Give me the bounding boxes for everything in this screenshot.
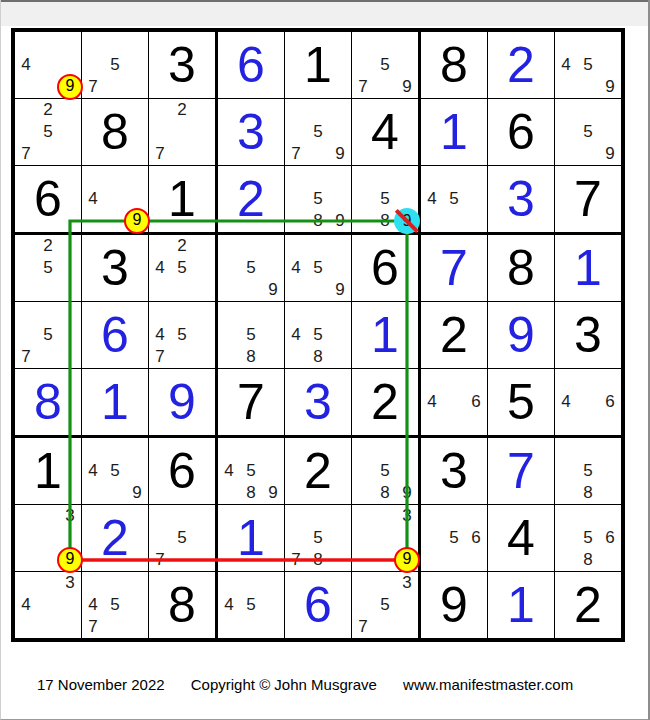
cell-value: 2	[82, 505, 148, 571]
cell-value: 8	[15, 369, 81, 435]
cell-r4c1[interactable]: 25	[15, 235, 81, 301]
cell-value: 6	[352, 235, 418, 301]
candidate-5: 5	[443, 188, 465, 210]
cell-r1c4[interactable]: 6	[218, 32, 284, 98]
cell-value: 1	[82, 369, 148, 435]
candidate-7: 7	[352, 76, 374, 98]
footer-website: www.manifestmaster.com	[403, 676, 573, 693]
candidate-5: 5	[577, 460, 599, 482]
cell-r3c8[interactable]: 3	[488, 166, 554, 232]
cell-value: 1	[149, 166, 215, 232]
cell-r9c7[interactable]: 9	[421, 572, 487, 638]
cell-r5c5[interactable]: 458	[285, 302, 351, 368]
cell-value: 7	[218, 369, 284, 435]
cell-r7c7[interactable]: 3	[421, 438, 487, 504]
cell-r9c5[interactable]: 6	[285, 572, 351, 638]
candidate-7: 7	[285, 549, 307, 571]
candidate-4: 4	[218, 460, 240, 482]
cell-r9c2[interactable]: 457	[82, 572, 148, 638]
candidate-7: 7	[352, 616, 374, 638]
cell-r3c4[interactable]: 2	[218, 166, 284, 232]
candidate-9: 9	[396, 76, 418, 98]
candidate-3: 3	[396, 505, 418, 527]
candidate-4: 4	[555, 391, 577, 413]
cell-value: 1	[421, 99, 487, 165]
candidate-3: 3	[59, 572, 81, 594]
cell-r8c1[interactable]: 39	[15, 505, 81, 571]
candidate-5: 5	[307, 121, 329, 143]
cell-r5c9[interactable]: 3	[555, 302, 621, 368]
cell-r3c3[interactable]: 1	[149, 166, 215, 232]
cell-value: 9	[149, 369, 215, 435]
cell-r6c2[interactable]: 1	[82, 369, 148, 435]
cell-value: 6	[15, 166, 81, 232]
cell-value: 3	[488, 166, 554, 232]
candidate-4: 4	[421, 188, 443, 210]
candidate-9: 9	[396, 482, 418, 504]
candidate-5: 5	[240, 257, 262, 279]
cell-r6c9[interactable]: 46	[555, 369, 621, 435]
cell-value: 3	[218, 99, 284, 165]
cell-value: 6	[218, 32, 284, 98]
cell-r8c3[interactable]: 57	[149, 505, 215, 571]
candidate-9: 9	[329, 210, 351, 232]
cell-r7c4[interactable]: 4589	[218, 438, 284, 504]
cell-r9c6[interactable]: 357	[352, 572, 418, 638]
cell-r7c6[interactable]: 589	[352, 438, 418, 504]
candidate-8: 8	[240, 482, 262, 504]
cell-r5c3[interactable]: 457	[149, 302, 215, 368]
cell-r1c7[interactable]: 8	[421, 32, 487, 98]
cell-r8c4[interactable]: 1	[218, 505, 284, 571]
candidate-8: 8	[307, 346, 329, 368]
cell-r2c7[interactable]: 1	[421, 99, 487, 165]
candidate-7: 7	[149, 143, 171, 165]
cell-value: 7	[488, 438, 554, 504]
cell-r1c2[interactable]: 57	[82, 32, 148, 98]
candidate-7: 7	[285, 143, 307, 165]
cell-r5c4[interactable]: 58	[218, 302, 284, 368]
candidate-5: 5	[240, 324, 262, 346]
cell-r4c9[interactable]: 1	[555, 235, 621, 301]
chain-node-circle: 9	[57, 74, 83, 100]
cell-r6c7[interactable]: 46	[421, 369, 487, 435]
cell-value: 2	[555, 572, 621, 638]
candidate-8: 8	[577, 549, 599, 571]
candidate-5: 5	[443, 527, 465, 549]
cell-r1c3[interactable]: 3	[149, 32, 215, 98]
page: 4957361579824592578273579416596491258958…	[0, 0, 650, 720]
cell-r1c6[interactable]: 579	[352, 32, 418, 98]
candidate-4: 4	[82, 594, 104, 616]
candidate-5: 5	[307, 324, 329, 346]
candidate-5: 5	[171, 257, 193, 279]
candidate-8: 8	[240, 346, 262, 368]
candidate-4: 4	[15, 594, 37, 616]
cell-r8c7[interactable]: 56	[421, 505, 487, 571]
cell-value: 2	[218, 166, 284, 232]
candidate-4: 4	[149, 324, 171, 346]
cell-r7c3[interactable]: 6	[149, 438, 215, 504]
cell-value: 8	[149, 572, 215, 638]
candidate-5: 5	[374, 54, 396, 76]
cell-r5c7[interactable]: 2	[421, 302, 487, 368]
candidate-5: 5	[37, 257, 59, 279]
cell-value: 2	[488, 32, 554, 98]
cell-value: 3	[82, 235, 148, 301]
candidate-4: 4	[421, 391, 443, 413]
cell-r3c6[interactable]: 589	[352, 166, 418, 232]
candidate-5: 5	[104, 460, 126, 482]
cell-value: 1	[352, 302, 418, 368]
candidate-7: 7	[149, 549, 171, 571]
sudoku-board: 4957361579824592578273579416596491258958…	[11, 28, 625, 642]
cell-r3c7[interactable]: 45	[421, 166, 487, 232]
candidate-7: 7	[149, 346, 171, 368]
cell-r8c2[interactable]: 2	[82, 505, 148, 571]
cell-value: 7	[555, 166, 621, 232]
cell-value: 6	[82, 302, 148, 368]
cell-value: 1	[555, 235, 621, 301]
candidate-7: 7	[82, 616, 104, 638]
cell-r2c1[interactable]: 257	[15, 99, 81, 165]
cell-r5c8[interactable]: 9	[488, 302, 554, 368]
candidate-9: 9	[329, 143, 351, 165]
candidate-6: 6	[465, 391, 487, 413]
cell-r1c9[interactable]: 459	[555, 32, 621, 98]
cell-r7c1[interactable]: 1	[15, 438, 81, 504]
cell-value: 8	[421, 32, 487, 98]
cell-value: 8	[488, 235, 554, 301]
cell-r3c5[interactable]: 589	[285, 166, 351, 232]
cell-r9c1[interactable]: 34	[15, 572, 81, 638]
cell-r7c5[interactable]: 2	[285, 438, 351, 504]
cell-r6c3[interactable]: 9	[149, 369, 215, 435]
candidate-5: 5	[307, 188, 329, 210]
cell-value: 2	[285, 438, 351, 504]
cell-value: 3	[149, 32, 215, 98]
candidate-5: 5	[37, 324, 59, 346]
candidate-2: 2	[171, 99, 193, 121]
candidate-9: 9	[126, 482, 148, 504]
chain-node-circle: 9	[57, 547, 83, 573]
cell-value: 1	[285, 32, 351, 98]
cell-value: 7	[421, 235, 487, 301]
cell-value: 2	[421, 302, 487, 368]
cell-value: 6	[488, 99, 554, 165]
cell-r2c4[interactable]: 3	[218, 99, 284, 165]
chain-node-circle: 9	[124, 208, 150, 234]
cell-value: 1	[218, 505, 284, 571]
cell-r9c3[interactable]: 8	[149, 572, 215, 638]
candidate-5: 5	[171, 527, 193, 549]
candidate-5: 5	[240, 460, 262, 482]
candidate-7: 7	[15, 143, 37, 165]
cell-r5c2[interactable]: 6	[82, 302, 148, 368]
candidate-5: 5	[307, 527, 329, 549]
candidate-5: 5	[104, 54, 126, 76]
candidate-6: 6	[599, 527, 621, 549]
candidate-2: 2	[37, 99, 59, 121]
cell-value: 5	[488, 369, 554, 435]
candidate-5: 5	[104, 594, 126, 616]
cell-value: 6	[285, 572, 351, 638]
candidate-9: 9	[599, 143, 621, 165]
cell-r4c4[interactable]: 59	[218, 235, 284, 301]
candidate-8: 8	[307, 210, 329, 232]
cell-value: 9	[421, 572, 487, 638]
candidate-6: 6	[599, 391, 621, 413]
footer: 17 November 2022 Copyright © John Musgra…	[37, 676, 595, 693]
cell-r6c8[interactable]: 5	[488, 369, 554, 435]
candidate-5: 5	[240, 594, 262, 616]
candidate-5: 5	[577, 54, 599, 76]
cell-value: 2	[352, 369, 418, 435]
cell-r3c9[interactable]: 7	[555, 166, 621, 232]
cell-value: 9	[488, 302, 554, 368]
candidate-4: 4	[285, 257, 307, 279]
cell-r2c3[interactable]: 27	[149, 99, 215, 165]
chain-node-circle: 9	[394, 547, 420, 573]
cell-value: 3	[555, 302, 621, 368]
cell-r1c1[interactable]: 49	[15, 32, 81, 98]
cell-r3c2[interactable]: 49	[82, 166, 148, 232]
cell-r6c4[interactable]: 7	[218, 369, 284, 435]
cell-r5c6[interactable]: 1	[352, 302, 418, 368]
candidate-5: 5	[171, 324, 193, 346]
candidate-8: 8	[374, 210, 396, 232]
candidate-6: 6	[465, 527, 487, 549]
cell-r7c2[interactable]: 459	[82, 438, 148, 504]
candidate-8: 8	[577, 482, 599, 504]
cell-r7c9[interactable]: 58	[555, 438, 621, 504]
cell-value: 8	[82, 99, 148, 165]
eliminated-candidate-circle: 9	[394, 208, 420, 234]
cell-r3c1[interactable]: 6	[15, 166, 81, 232]
candidate-5: 5	[374, 188, 396, 210]
candidate-4: 4	[15, 54, 37, 76]
cell-value: 4	[488, 505, 554, 571]
candidate-4: 4	[285, 324, 307, 346]
candidate-4: 4	[555, 54, 577, 76]
cell-r8c9[interactable]: 568	[555, 505, 621, 571]
cell-r9c9[interactable]: 2	[555, 572, 621, 638]
cell-r4c6[interactable]: 6	[352, 235, 418, 301]
candidate-9: 9	[262, 482, 284, 504]
cell-r6c6[interactable]: 2	[352, 369, 418, 435]
cell-r5c1[interactable]: 57	[15, 302, 81, 368]
candidate-8: 8	[374, 482, 396, 504]
cell-r6c1[interactable]: 8	[15, 369, 81, 435]
cell-r7c8[interactable]: 7	[488, 438, 554, 504]
cell-value: 1	[488, 572, 554, 638]
footer-copyright: Copyright © John Musgrave	[191, 676, 377, 693]
candidate-9: 9	[262, 279, 284, 301]
candidate-8: 8	[307, 549, 329, 571]
cell-r8c8[interactable]: 4	[488, 505, 554, 571]
candidate-4: 4	[82, 188, 104, 210]
cell-r6c5[interactable]: 3	[285, 369, 351, 435]
cell-value: 4	[352, 99, 418, 165]
cell-r2c8[interactable]: 6	[488, 99, 554, 165]
candidate-5: 5	[577, 527, 599, 549]
candidate-5: 5	[577, 121, 599, 143]
cell-r1c8[interactable]: 2	[488, 32, 554, 98]
cell-value: 6	[149, 438, 215, 504]
top-band	[1, 0, 648, 26]
candidate-2: 2	[37, 235, 59, 257]
cell-r8c6[interactable]: 39	[352, 505, 418, 571]
candidate-7: 7	[82, 76, 104, 98]
footer-date: 17 November 2022	[37, 676, 165, 693]
cell-r2c5[interactable]: 579	[285, 99, 351, 165]
cell-r9c8[interactable]: 1	[488, 572, 554, 638]
candidate-5: 5	[37, 121, 59, 143]
cell-r4c2[interactable]: 3	[82, 235, 148, 301]
candidate-7: 7	[15, 346, 37, 368]
candidate-9: 9	[599, 76, 621, 98]
cell-r4c3[interactable]: 245	[149, 235, 215, 301]
candidate-4: 4	[149, 257, 171, 279]
cell-value: 1	[15, 438, 81, 504]
candidate-9: 9	[329, 279, 351, 301]
candidate-3: 3	[59, 505, 81, 527]
cell-value: 3	[285, 369, 351, 435]
cell-r2c2[interactable]: 8	[82, 99, 148, 165]
cell-r4c5[interactable]: 459	[285, 235, 351, 301]
candidate-2: 2	[171, 235, 193, 257]
cell-r9c4[interactable]: 45	[218, 572, 284, 638]
cell-r1c5[interactable]: 1	[285, 32, 351, 98]
candidate-4: 4	[82, 460, 104, 482]
cell-r4c7[interactable]: 7	[421, 235, 487, 301]
candidate-5: 5	[307, 257, 329, 279]
cell-value: 3	[421, 438, 487, 504]
cell-r4c8[interactable]: 8	[488, 235, 554, 301]
candidate-4: 4	[218, 594, 240, 616]
candidate-3: 3	[396, 572, 418, 594]
cell-r8c5[interactable]: 578	[285, 505, 351, 571]
candidate-5: 5	[374, 594, 396, 616]
cell-r2c6[interactable]: 4	[352, 99, 418, 165]
candidate-5: 5	[374, 460, 396, 482]
cell-r2c9[interactable]: 59	[555, 99, 621, 165]
